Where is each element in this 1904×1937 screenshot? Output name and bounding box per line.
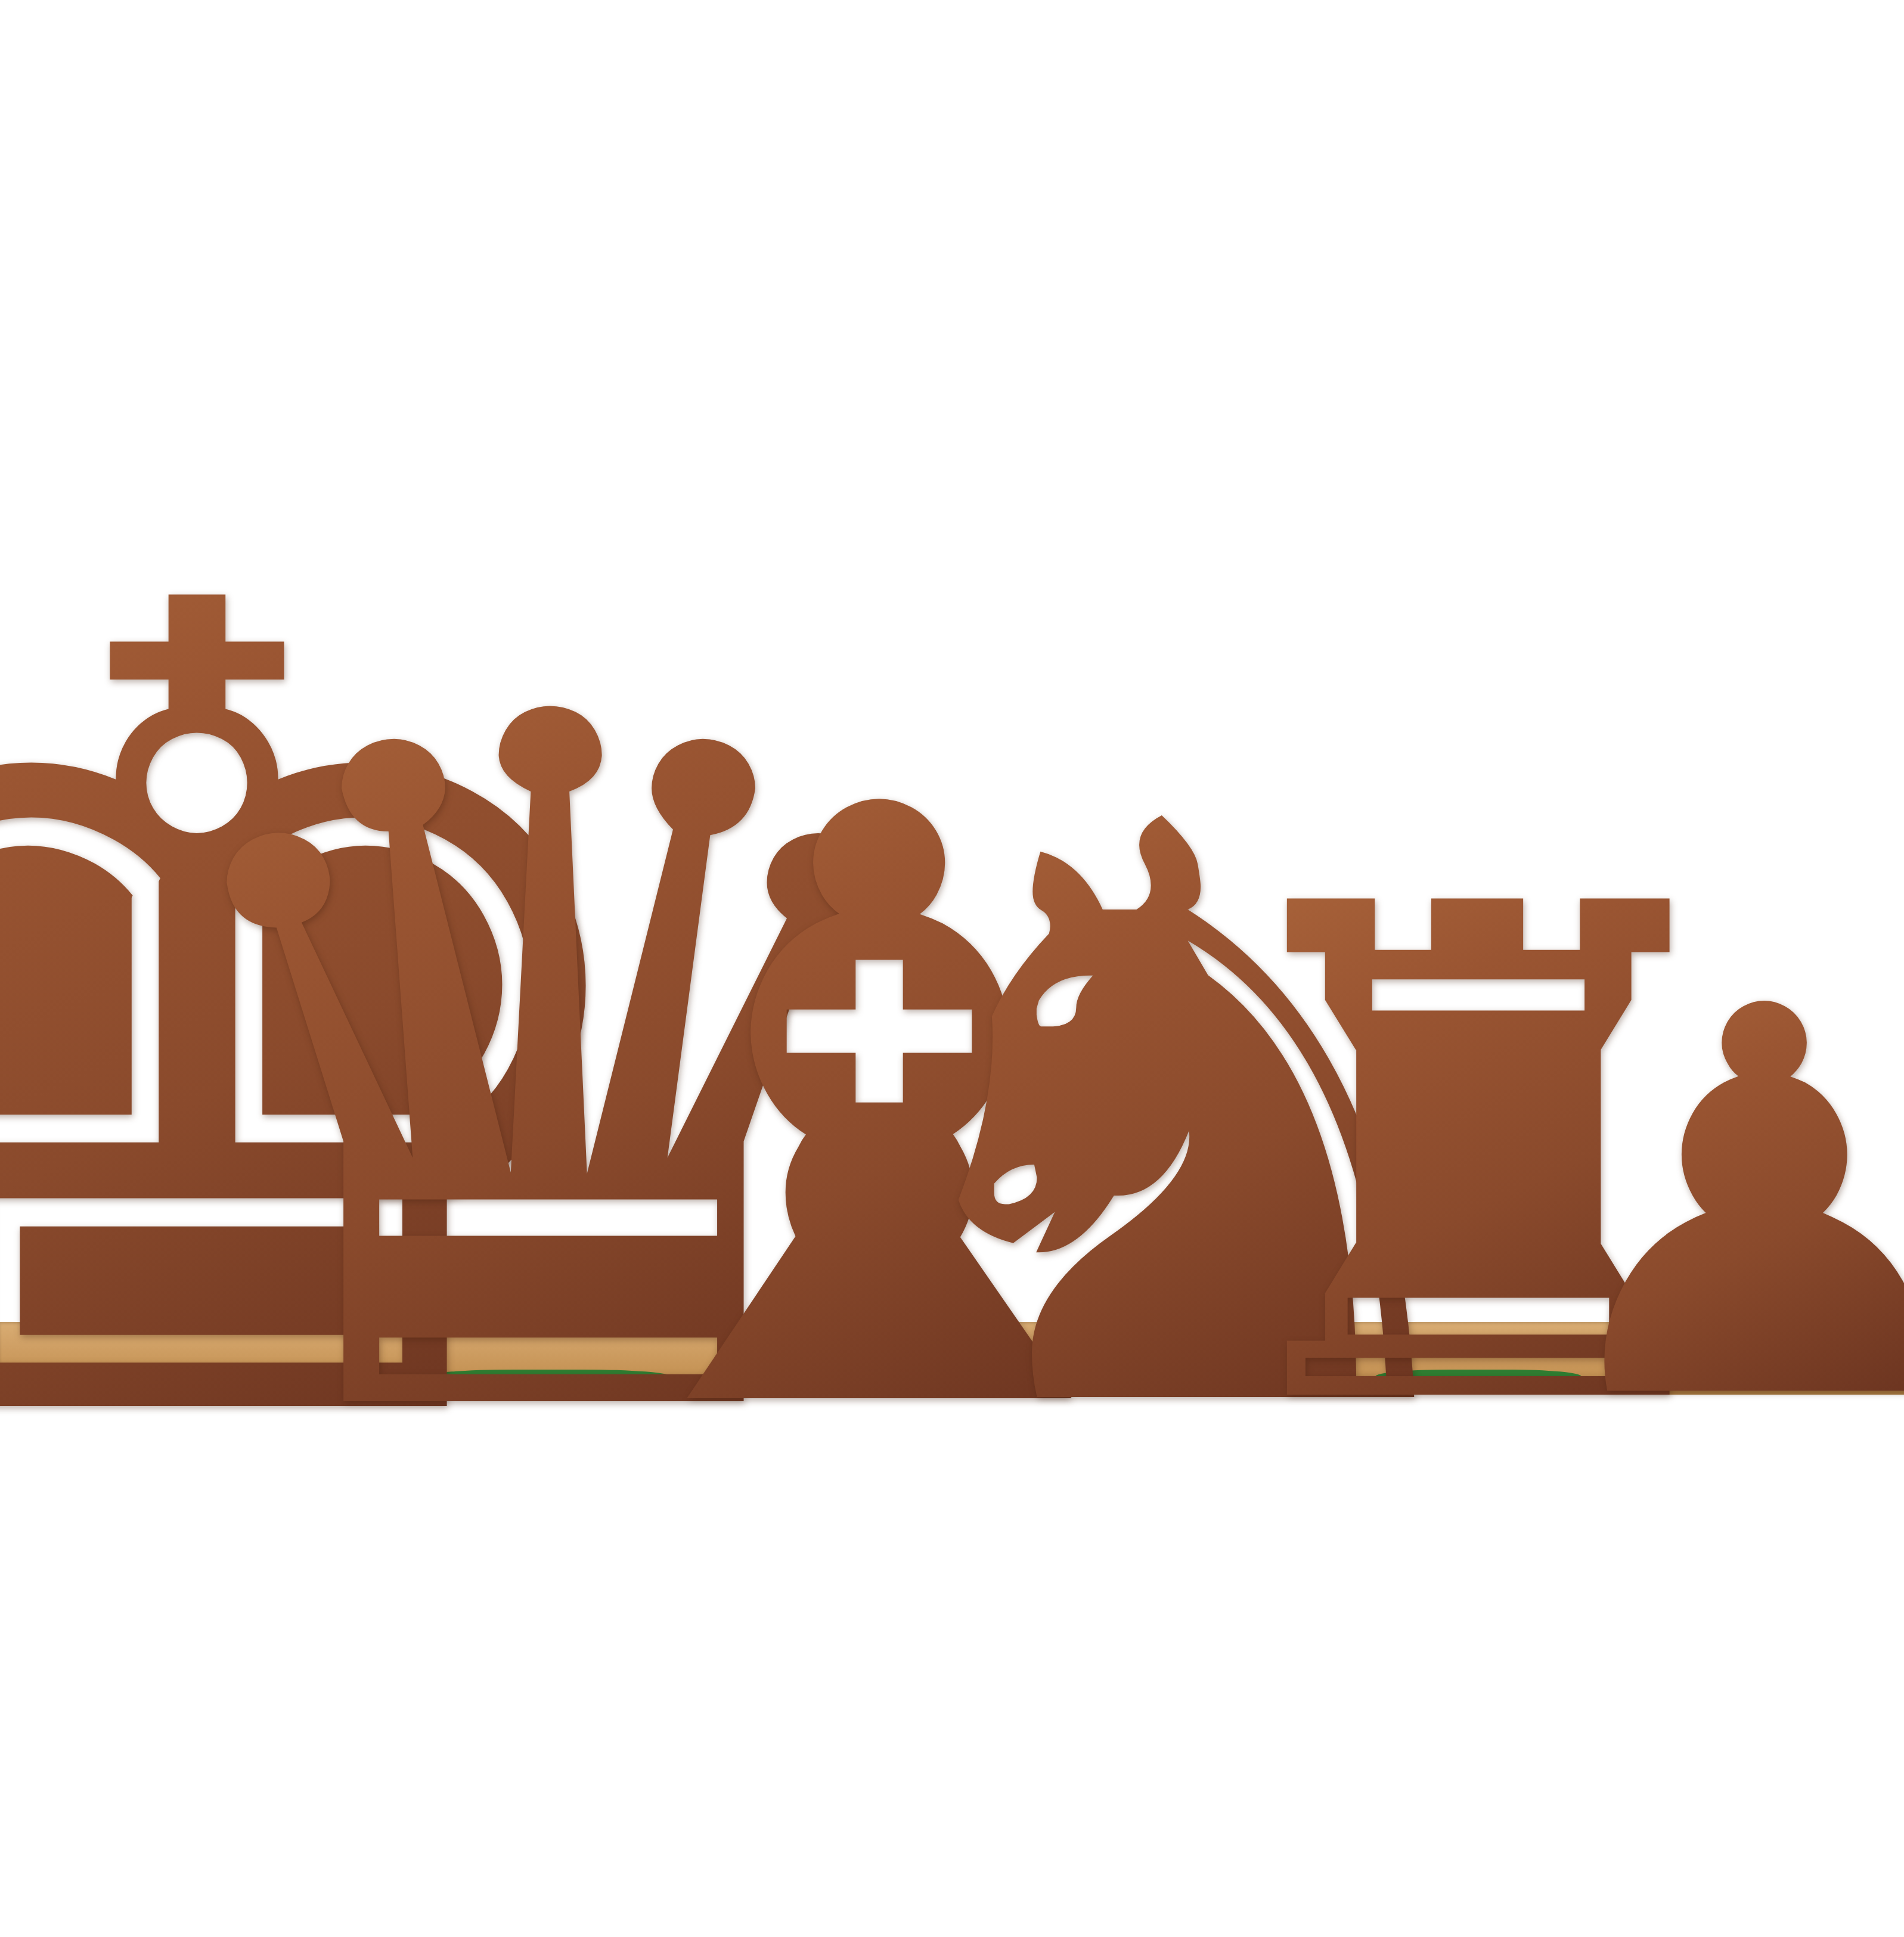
chess-set-photo: ♚ ♛ ♝ ♞ ♜ ♟ [0, 0, 1904, 1937]
pawn-piece: ♟ [1525, 939, 1904, 1473]
